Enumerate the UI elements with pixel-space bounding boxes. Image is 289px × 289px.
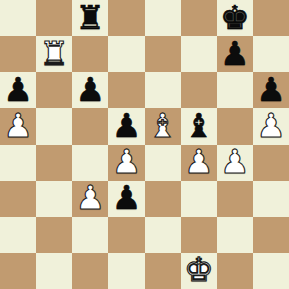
square-b2[interactable] (36, 217, 72, 253)
square-b1[interactable] (36, 253, 72, 289)
square-h8[interactable] (253, 0, 289, 36)
square-a3[interactable] (0, 181, 36, 217)
square-c4[interactable] (72, 145, 108, 181)
square-d8[interactable] (108, 0, 144, 36)
square-e7[interactable] (145, 36, 181, 72)
piece-black-pawn[interactable]: ♟ (76, 73, 106, 106)
square-b8[interactable] (36, 0, 72, 36)
square-d6[interactable] (108, 72, 144, 108)
square-g7[interactable]: ♟ (217, 36, 253, 72)
square-h5[interactable]: ♟ (253, 108, 289, 144)
piece-white-king[interactable]: ♚ (184, 253, 214, 286)
square-g3[interactable] (217, 181, 253, 217)
square-c1[interactable] (72, 253, 108, 289)
square-d5[interactable]: ♟ (108, 108, 144, 144)
piece-black-king[interactable]: ♚ (220, 1, 250, 34)
piece-white-pawn[interactable]: ♟ (184, 145, 214, 178)
square-g6[interactable] (217, 72, 253, 108)
square-a2[interactable] (0, 217, 36, 253)
square-a6[interactable]: ♟ (0, 72, 36, 108)
chess-board: ♜♚♜♟♟♟♟♟♟♝♝♟♟♟♟♟♟♚ (0, 0, 289, 289)
square-h7[interactable] (253, 36, 289, 72)
piece-white-pawn[interactable]: ♟ (112, 145, 142, 178)
piece-white-bishop[interactable]: ♝ (148, 109, 178, 142)
square-c3[interactable]: ♟ (72, 181, 108, 217)
square-e3[interactable] (145, 181, 181, 217)
square-b6[interactable] (36, 72, 72, 108)
square-h2[interactable] (253, 217, 289, 253)
square-d3[interactable]: ♟ (108, 181, 144, 217)
piece-white-pawn[interactable]: ♟ (220, 145, 250, 178)
square-h1[interactable] (253, 253, 289, 289)
square-f5[interactable]: ♝ (181, 108, 217, 144)
piece-white-pawn[interactable]: ♟ (76, 181, 106, 214)
square-e8[interactable] (145, 0, 181, 36)
square-e2[interactable] (145, 217, 181, 253)
piece-white-pawn[interactable]: ♟ (3, 109, 33, 142)
square-c7[interactable] (72, 36, 108, 72)
square-b4[interactable] (36, 145, 72, 181)
square-g8[interactable]: ♚ (217, 0, 253, 36)
square-f1[interactable]: ♚ (181, 253, 217, 289)
square-h3[interactable] (253, 181, 289, 217)
square-h4[interactable] (253, 145, 289, 181)
square-g2[interactable] (217, 217, 253, 253)
square-e5[interactable]: ♝ (145, 108, 181, 144)
piece-black-pawn[interactable]: ♟ (220, 37, 250, 70)
piece-black-pawn[interactable]: ♟ (112, 181, 142, 214)
square-d2[interactable] (108, 217, 144, 253)
square-f3[interactable] (181, 181, 217, 217)
square-d7[interactable] (108, 36, 144, 72)
square-a5[interactable]: ♟ (0, 108, 36, 144)
square-b7[interactable]: ♜ (36, 36, 72, 72)
piece-black-pawn[interactable]: ♟ (112, 109, 142, 142)
piece-black-rook[interactable]: ♜ (76, 1, 106, 34)
square-a1[interactable] (0, 253, 36, 289)
square-d1[interactable] (108, 253, 144, 289)
square-g1[interactable] (217, 253, 253, 289)
square-a4[interactable] (0, 145, 36, 181)
square-d4[interactable]: ♟ (108, 145, 144, 181)
piece-white-rook[interactable]: ♜ (39, 37, 69, 70)
square-e1[interactable] (145, 253, 181, 289)
piece-black-pawn[interactable]: ♟ (3, 73, 33, 106)
piece-white-pawn[interactable]: ♟ (256, 109, 286, 142)
square-c2[interactable] (72, 217, 108, 253)
square-f6[interactable] (181, 72, 217, 108)
square-a7[interactable] (0, 36, 36, 72)
piece-black-pawn[interactable]: ♟ (256, 73, 286, 106)
square-f4[interactable]: ♟ (181, 145, 217, 181)
square-g4[interactable]: ♟ (217, 145, 253, 181)
piece-black-bishop[interactable]: ♝ (184, 109, 214, 142)
square-f8[interactable] (181, 0, 217, 36)
square-e4[interactable] (145, 145, 181, 181)
square-b3[interactable] (36, 181, 72, 217)
square-b5[interactable] (36, 108, 72, 144)
square-a8[interactable] (0, 0, 36, 36)
square-c8[interactable]: ♜ (72, 0, 108, 36)
square-e6[interactable] (145, 72, 181, 108)
square-f2[interactable] (181, 217, 217, 253)
square-g5[interactable] (217, 108, 253, 144)
square-c6[interactable]: ♟ (72, 72, 108, 108)
square-h6[interactable]: ♟ (253, 72, 289, 108)
square-f7[interactable] (181, 36, 217, 72)
square-c5[interactable] (72, 108, 108, 144)
